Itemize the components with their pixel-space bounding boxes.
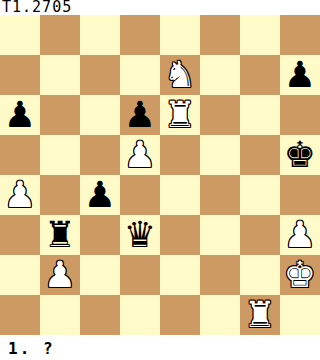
square-c2[interactable] [80,255,120,295]
square-d7[interactable] [120,55,160,95]
white-pawn[interactable]: ♟ [4,177,36,213]
square-a4[interactable]: ♟ [0,175,40,215]
square-f1[interactable] [200,295,240,335]
square-f7[interactable] [200,55,240,95]
white-pawn[interactable]: ♟ [284,217,316,253]
square-f6[interactable] [200,95,240,135]
square-g7[interactable] [240,55,280,95]
square-d1[interactable] [120,295,160,335]
square-c7[interactable] [80,55,120,95]
black-king[interactable]: ♚ [284,137,316,173]
square-c4[interactable]: ♟ [80,175,120,215]
puzzle-title: T1.2705 [2,0,72,15]
square-e8[interactable] [160,15,200,55]
square-b7[interactable] [40,55,80,95]
square-g4[interactable] [240,175,280,215]
square-b1[interactable] [40,295,80,335]
square-d8[interactable] [120,15,160,55]
square-c8[interactable] [80,15,120,55]
chess-board: ♞♟♟♟♜♟♚♟♟♜♛♟♟♚♜ [0,15,320,335]
square-h3[interactable]: ♟ [280,215,320,255]
square-b3[interactable]: ♜ [40,215,80,255]
black-pawn[interactable]: ♟ [124,97,156,133]
square-b6[interactable] [40,95,80,135]
black-pawn[interactable]: ♟ [4,97,36,133]
square-c1[interactable] [80,295,120,335]
square-g8[interactable] [240,15,280,55]
square-e6[interactable]: ♜ [160,95,200,135]
square-f4[interactable] [200,175,240,215]
square-a1[interactable] [0,295,40,335]
square-f2[interactable] [200,255,240,295]
square-h6[interactable] [280,95,320,135]
square-c5[interactable] [80,135,120,175]
square-f5[interactable] [200,135,240,175]
white-pawn[interactable]: ♟ [44,257,76,293]
square-e3[interactable] [160,215,200,255]
square-f3[interactable] [200,215,240,255]
square-h4[interactable] [280,175,320,215]
square-h5[interactable]: ♚ [280,135,320,175]
square-h2[interactable]: ♚ [280,255,320,295]
square-g6[interactable] [240,95,280,135]
square-b4[interactable] [40,175,80,215]
square-e7[interactable]: ♞ [160,55,200,95]
square-f8[interactable] [200,15,240,55]
white-king[interactable]: ♚ [284,257,316,293]
square-g5[interactable] [240,135,280,175]
square-b8[interactable] [40,15,80,55]
black-pawn[interactable]: ♟ [284,57,316,93]
square-c3[interactable] [80,215,120,255]
square-d5[interactable]: ♟ [120,135,160,175]
square-c6[interactable] [80,95,120,135]
black-rook[interactable]: ♜ [44,217,76,253]
square-g2[interactable] [240,255,280,295]
square-h7[interactable]: ♟ [280,55,320,95]
square-g3[interactable] [240,215,280,255]
black-pawn[interactable]: ♟ [84,177,116,213]
square-e2[interactable] [160,255,200,295]
square-a7[interactable] [0,55,40,95]
square-d2[interactable] [120,255,160,295]
square-a3[interactable] [0,215,40,255]
square-b2[interactable]: ♟ [40,255,80,295]
square-h8[interactable] [280,15,320,55]
square-d3[interactable]: ♛ [120,215,160,255]
square-d4[interactable] [120,175,160,215]
white-knight[interactable]: ♞ [164,57,196,93]
square-h1[interactable] [280,295,320,335]
square-e5[interactable] [160,135,200,175]
square-a8[interactable] [0,15,40,55]
move-prompt: 1. ? [8,339,55,358]
square-a2[interactable] [0,255,40,295]
square-a6[interactable]: ♟ [0,95,40,135]
square-d6[interactable]: ♟ [120,95,160,135]
square-b5[interactable] [40,135,80,175]
black-queen[interactable]: ♛ [124,217,156,253]
square-e4[interactable] [160,175,200,215]
white-pawn[interactable]: ♟ [124,137,156,173]
square-a5[interactable] [0,135,40,175]
white-rook[interactable]: ♜ [244,297,276,333]
square-g1[interactable]: ♜ [240,295,280,335]
white-rook[interactable]: ♜ [164,97,196,133]
square-e1[interactable] [160,295,200,335]
